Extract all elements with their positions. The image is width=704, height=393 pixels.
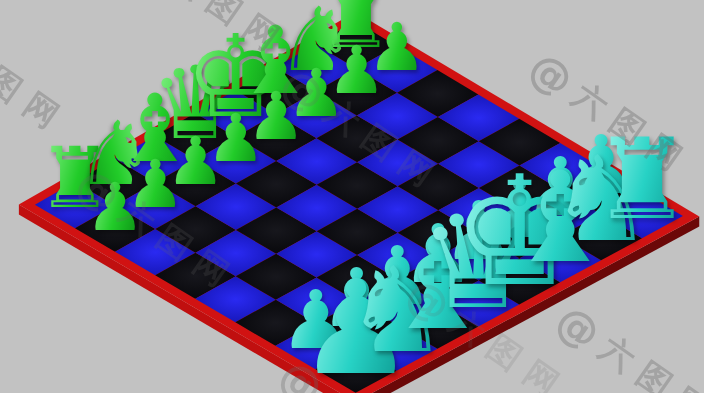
render-canvas: ♜♞♝♛♚♝♞♜♟♟♟♟♟♟♟♟♟♟♟♟♟♟♟♟♟♞♝♛♚♝♞♜ @六图网@六图…	[0, 0, 704, 393]
chessboard	[0, 0, 704, 393]
